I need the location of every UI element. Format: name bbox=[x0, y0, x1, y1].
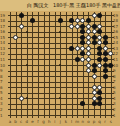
stone-white bbox=[75, 46, 80, 51]
row-label-right: 10 bbox=[113, 63, 120, 68]
go-kifu-diagram: 白 陶汉文 180手·黑 王磊 (180手 黑中盘胜) abcdefghijkl… bbox=[0, 0, 120, 126]
row-label-right: 14 bbox=[113, 40, 120, 45]
row-label-left: 6 bbox=[0, 85, 7, 90]
stone-white bbox=[97, 85, 102, 90]
row-label-left: 14 bbox=[0, 40, 7, 45]
grid-line-horizontal bbox=[8, 76, 114, 77]
row-label-left: 11 bbox=[0, 57, 7, 62]
stone-black bbox=[97, 57, 102, 62]
stone-white bbox=[86, 51, 91, 56]
row-label-right: 16 bbox=[113, 29, 120, 34]
hoshi-point bbox=[26, 64, 28, 66]
stone-black bbox=[80, 29, 85, 34]
stone-white bbox=[80, 18, 85, 23]
row-label-right: 18 bbox=[113, 18, 120, 23]
game-info-header: 白 陶汉文 180手·黑 王磊 (180手 黑中盘胜) bbox=[0, 0, 120, 11]
stone-black bbox=[19, 13, 24, 18]
stone-black bbox=[97, 101, 102, 106]
stone-white bbox=[97, 35, 102, 40]
stone-black bbox=[97, 96, 102, 101]
row-label-left: 16 bbox=[0, 29, 7, 34]
stone-black bbox=[92, 68, 97, 73]
stone-white bbox=[86, 29, 91, 34]
stone-white bbox=[13, 35, 18, 40]
stone-white bbox=[92, 74, 97, 79]
stone-black bbox=[97, 46, 102, 51]
row-label-left: 3 bbox=[0, 101, 7, 106]
row-label-left: 7 bbox=[0, 79, 7, 84]
game-result: (180手 黑中盘胜) bbox=[84, 0, 120, 11]
row-label-right: 17 bbox=[113, 24, 120, 29]
stone-black bbox=[80, 40, 85, 45]
stone-black bbox=[97, 29, 102, 34]
row-label-right: 15 bbox=[113, 35, 120, 40]
row-label-left: 8 bbox=[0, 74, 7, 79]
grid-line-vertical bbox=[66, 12, 67, 118]
row-label-left: 18 bbox=[0, 18, 7, 23]
column-label: s bbox=[108, 119, 114, 125]
stone-black bbox=[97, 51, 102, 56]
stone-black bbox=[103, 51, 108, 56]
row-label-left: 19 bbox=[0, 13, 7, 18]
row-label-left: 10 bbox=[0, 63, 7, 68]
row-label-right: 19 bbox=[113, 13, 120, 18]
stone-black bbox=[92, 40, 97, 45]
stone-black bbox=[92, 35, 97, 40]
stone-black bbox=[80, 101, 85, 106]
stone-white bbox=[86, 35, 91, 40]
row-label-left: 4 bbox=[0, 96, 7, 101]
stone-black bbox=[103, 40, 108, 45]
stone-black bbox=[30, 18, 35, 23]
stone-black bbox=[103, 35, 108, 40]
row-label-right: 8 bbox=[113, 74, 120, 79]
stone-black bbox=[92, 24, 97, 29]
stone-white bbox=[86, 63, 91, 68]
stone-white bbox=[97, 24, 102, 29]
stone-black bbox=[97, 13, 102, 18]
stone-white bbox=[103, 46, 108, 51]
row-label-left: 2 bbox=[0, 107, 7, 112]
stone-white bbox=[92, 90, 97, 95]
row-label-right: 6 bbox=[113, 85, 120, 90]
row-label-left: 12 bbox=[0, 51, 7, 56]
stone-white bbox=[92, 13, 97, 18]
stone-white bbox=[92, 29, 97, 34]
stone-black bbox=[75, 57, 80, 62]
stone-white bbox=[80, 57, 85, 62]
row-label-right: 2 bbox=[113, 107, 120, 112]
stone-white bbox=[75, 18, 80, 23]
stone-white bbox=[19, 96, 24, 101]
stone-white bbox=[19, 24, 24, 29]
grid-line-horizontal bbox=[8, 115, 114, 116]
stone-white bbox=[97, 40, 102, 45]
stone-black bbox=[80, 24, 85, 29]
row-label-right: 13 bbox=[113, 46, 120, 51]
row-label-right: 4 bbox=[113, 96, 120, 101]
row-label-right: 3 bbox=[113, 101, 120, 106]
stone-black bbox=[103, 68, 108, 73]
row-label-right: 9 bbox=[113, 68, 120, 73]
stone-white bbox=[92, 85, 97, 90]
row-label-right: 12 bbox=[113, 51, 120, 56]
grid-line-horizontal bbox=[8, 71, 114, 72]
stone-black bbox=[97, 90, 102, 95]
stone-white bbox=[86, 40, 91, 45]
stone-white bbox=[92, 96, 97, 101]
row-label-left: 15 bbox=[0, 35, 7, 40]
stone-black bbox=[103, 63, 108, 68]
stone-white bbox=[75, 24, 80, 29]
row-label-left: 13 bbox=[0, 46, 7, 51]
stone-white bbox=[86, 24, 91, 29]
row-label-left: 1 bbox=[0, 113, 7, 118]
stone-black bbox=[92, 63, 97, 68]
row-label-right: 7 bbox=[113, 79, 120, 84]
row-label-right: 5 bbox=[113, 90, 120, 95]
stone-black bbox=[86, 18, 91, 23]
stone-black bbox=[69, 46, 74, 51]
row-label-right: 11 bbox=[113, 57, 120, 62]
grid-line-horizontal bbox=[8, 109, 114, 110]
stone-white bbox=[86, 46, 91, 51]
stone-white bbox=[97, 63, 102, 68]
row-label-left: 17 bbox=[0, 24, 7, 29]
grid-line-horizontal bbox=[8, 82, 114, 83]
stone-black bbox=[69, 18, 74, 23]
stone-white bbox=[86, 68, 91, 73]
stone-white bbox=[86, 57, 91, 62]
stone-black bbox=[92, 101, 97, 106]
row-label-right: 1 bbox=[113, 113, 120, 118]
white-player-info: 白 陶汉文 bbox=[27, 0, 49, 11]
go-board[interactable] bbox=[8, 12, 114, 118]
row-label-left: 9 bbox=[0, 68, 7, 73]
row-label-left: 5 bbox=[0, 90, 7, 95]
stone-black bbox=[80, 51, 85, 56]
stone-black bbox=[58, 18, 63, 23]
black-player-info: 180手·黑 王磊 bbox=[53, 0, 86, 11]
stone-white bbox=[69, 24, 74, 29]
stone-white bbox=[80, 46, 85, 51]
stone-black bbox=[103, 74, 108, 79]
stone-black bbox=[103, 57, 108, 62]
stone-black bbox=[80, 35, 85, 40]
hoshi-point bbox=[26, 31, 28, 33]
